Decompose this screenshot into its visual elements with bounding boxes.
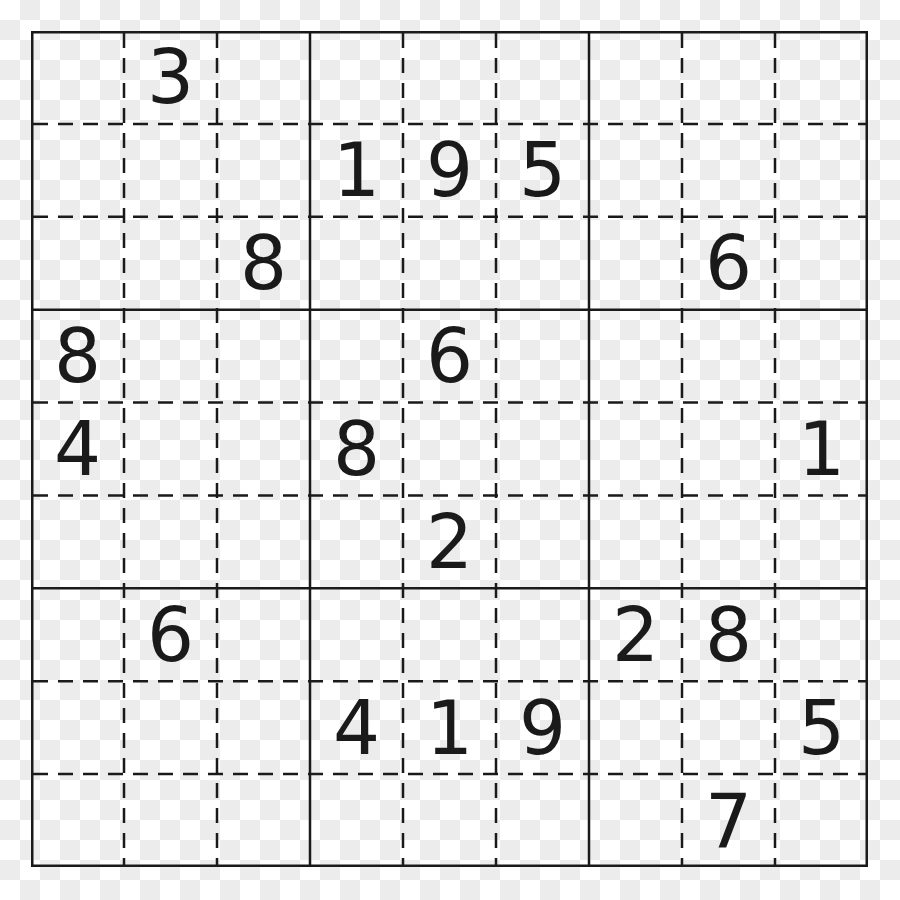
cell-r9c1[interactable] xyxy=(31,774,124,867)
cell-r5c8[interactable] xyxy=(682,403,775,496)
cell-r4c5: 6 xyxy=(403,310,496,403)
cell-r6c7[interactable] xyxy=(589,495,682,588)
cell-r5c9: 1 xyxy=(775,403,868,496)
sudoku-board: 31958686481262841957 xyxy=(31,31,868,867)
cell-r9c9[interactable] xyxy=(775,774,868,867)
cell-r4c8[interactable] xyxy=(682,310,775,403)
cell-r1c6[interactable] xyxy=(496,31,589,124)
cell-r9c3[interactable] xyxy=(217,774,310,867)
cell-r1c7[interactable] xyxy=(589,31,682,124)
cell-r4c2[interactable] xyxy=(124,310,217,403)
cell-r3c3: 8 xyxy=(217,217,310,310)
cell-r1c8[interactable] xyxy=(682,31,775,124)
cell-r8c2[interactable] xyxy=(124,681,217,774)
cell-r4c4[interactable] xyxy=(310,310,403,403)
cell-r9c6[interactable] xyxy=(496,774,589,867)
cell-r6c4[interactable] xyxy=(310,495,403,588)
cell-r5c6[interactable] xyxy=(496,403,589,496)
cell-r7c2: 6 xyxy=(124,588,217,681)
cell-r9c4[interactable] xyxy=(310,774,403,867)
cell-r3c9[interactable] xyxy=(775,217,868,310)
cell-r7c7: 2 xyxy=(589,588,682,681)
cell-r2c2[interactable] xyxy=(124,124,217,217)
cell-r9c2[interactable] xyxy=(124,774,217,867)
cell-r9c7[interactable] xyxy=(589,774,682,867)
cell-r7c3[interactable] xyxy=(217,588,310,681)
cell-r7c5[interactable] xyxy=(403,588,496,681)
cell-r8c8[interactable] xyxy=(682,681,775,774)
cell-r3c1[interactable] xyxy=(31,217,124,310)
cell-r2c4: 1 xyxy=(310,124,403,217)
cell-r8c9: 5 xyxy=(775,681,868,774)
cell-r7c8: 8 xyxy=(682,588,775,681)
cell-r1c3[interactable] xyxy=(217,31,310,124)
cell-r6c6[interactable] xyxy=(496,495,589,588)
cell-r3c4[interactable] xyxy=(310,217,403,310)
cell-r8c5: 1 xyxy=(403,681,496,774)
cell-r9c5[interactable] xyxy=(403,774,496,867)
sudoku-grid: 31958686481262841957 xyxy=(31,31,868,867)
cell-r5c7[interactable] xyxy=(589,403,682,496)
cell-r6c8[interactable] xyxy=(682,495,775,588)
cell-r1c4[interactable] xyxy=(310,31,403,124)
cell-r8c1[interactable] xyxy=(31,681,124,774)
cell-r5c2[interactable] xyxy=(124,403,217,496)
cell-r6c3[interactable] xyxy=(217,495,310,588)
cell-r3c5[interactable] xyxy=(403,217,496,310)
cell-r2c3[interactable] xyxy=(217,124,310,217)
cell-r9c8: 7 xyxy=(682,774,775,867)
cell-r2c1[interactable] xyxy=(31,124,124,217)
cell-r6c1[interactable] xyxy=(31,495,124,588)
cell-r6c9[interactable] xyxy=(775,495,868,588)
cell-r3c2[interactable] xyxy=(124,217,217,310)
cell-r4c6[interactable] xyxy=(496,310,589,403)
cell-r8c7[interactable] xyxy=(589,681,682,774)
cell-r5c4: 8 xyxy=(310,403,403,496)
cell-r8c4: 4 xyxy=(310,681,403,774)
cell-r1c1[interactable] xyxy=(31,31,124,124)
cell-r2c7[interactable] xyxy=(589,124,682,217)
cell-r3c7[interactable] xyxy=(589,217,682,310)
cell-r4c1: 8 xyxy=(31,310,124,403)
cell-r1c2: 3 xyxy=(124,31,217,124)
cell-r7c4[interactable] xyxy=(310,588,403,681)
cell-r4c3[interactable] xyxy=(217,310,310,403)
cell-r2c5: 9 xyxy=(403,124,496,217)
cell-r2c8[interactable] xyxy=(682,124,775,217)
cell-r8c3[interactable] xyxy=(217,681,310,774)
cell-r6c2[interactable] xyxy=(124,495,217,588)
cell-r3c6[interactable] xyxy=(496,217,589,310)
cell-r2c9[interactable] xyxy=(775,124,868,217)
cell-r1c9[interactable] xyxy=(775,31,868,124)
cell-r4c9[interactable] xyxy=(775,310,868,403)
cell-r6c5: 2 xyxy=(403,495,496,588)
cell-r7c1[interactable] xyxy=(31,588,124,681)
cell-r7c6[interactable] xyxy=(496,588,589,681)
transparency-checkerboard-background: 31958686481262841957 xyxy=(0,0,900,900)
cell-r1c5[interactable] xyxy=(403,31,496,124)
cell-r4c7[interactable] xyxy=(589,310,682,403)
cell-r5c5[interactable] xyxy=(403,403,496,496)
cell-r8c6: 9 xyxy=(496,681,589,774)
cell-r5c3[interactable] xyxy=(217,403,310,496)
cell-r7c9[interactable] xyxy=(775,588,868,681)
cell-r2c6: 5 xyxy=(496,124,589,217)
cell-r5c1: 4 xyxy=(31,403,124,496)
cell-r3c8: 6 xyxy=(682,217,775,310)
